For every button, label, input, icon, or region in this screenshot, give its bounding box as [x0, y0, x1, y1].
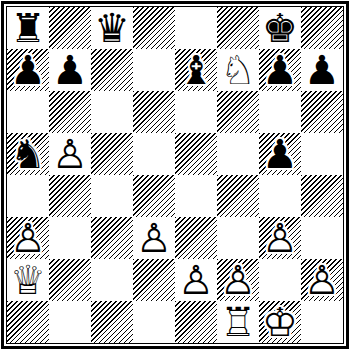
- square-b4[interactable]: [49, 175, 91, 217]
- piece-wP-a3[interactable]: ♟♙: [7, 217, 49, 259]
- square-g3[interactable]: ♟♙: [259, 217, 301, 259]
- piece-glyph: ♝: [175, 49, 217, 91]
- square-g2[interactable]: [259, 259, 301, 301]
- piece-glyph: ♙: [259, 217, 301, 259]
- square-c4[interactable]: [91, 175, 133, 217]
- square-d7[interactable]: [133, 49, 175, 91]
- square-h8[interactable]: [301, 7, 343, 49]
- piece-bK-g8[interactable]: ♚♚: [259, 7, 301, 49]
- piece-glyph: ♙: [133, 217, 175, 259]
- square-e2[interactable]: ♟♙: [175, 259, 217, 301]
- piece-glyph: ♚: [259, 7, 301, 49]
- piece-glyph: ♟: [259, 133, 301, 175]
- square-h5[interactable]: [301, 133, 343, 175]
- piece-bB-e7[interactable]: ♝♝: [175, 49, 217, 91]
- square-h6[interactable]: [301, 91, 343, 133]
- piece-glyph: ♙: [301, 259, 343, 301]
- piece-wP-f2[interactable]: ♟♙: [217, 259, 259, 301]
- piece-glyph: ♕: [7, 259, 49, 301]
- piece-wP-d3[interactable]: ♟♙: [133, 217, 175, 259]
- board-outer-frame: ♜♜♛♛♚♚♟♟♟♟♝♝♞♘♟♟♟♟♞♞♟♙♟♟♟♙♟♙♟♙♛♕♟♙♟♙♟♙♜♖…: [1, 1, 349, 349]
- square-e8[interactable]: [175, 7, 217, 49]
- square-g8[interactable]: ♚♚: [259, 7, 301, 49]
- square-b6[interactable]: [49, 91, 91, 133]
- square-c5[interactable]: [91, 133, 133, 175]
- piece-wP-h2[interactable]: ♟♙: [301, 259, 343, 301]
- square-g5[interactable]: ♟♟: [259, 133, 301, 175]
- piece-glyph: ♛: [91, 7, 133, 49]
- square-d5[interactable]: [133, 133, 175, 175]
- square-h1[interactable]: [301, 301, 343, 343]
- square-b5[interactable]: ♟♙: [49, 133, 91, 175]
- square-e4[interactable]: [175, 175, 217, 217]
- piece-glyph: ♙: [175, 259, 217, 301]
- square-a8[interactable]: ♜♜: [7, 7, 49, 49]
- square-f8[interactable]: [217, 7, 259, 49]
- piece-bP-h7[interactable]: ♟♟: [301, 49, 343, 91]
- square-b3[interactable]: [49, 217, 91, 259]
- square-d2[interactable]: [133, 259, 175, 301]
- piece-glyph: ♙: [7, 217, 49, 259]
- piece-bR-a8[interactable]: ♜♜: [7, 7, 49, 49]
- square-c8[interactable]: ♛♛: [91, 7, 133, 49]
- piece-glyph: ♟: [49, 49, 91, 91]
- piece-wN-f7[interactable]: ♞♘: [217, 49, 259, 91]
- square-c3[interactable]: [91, 217, 133, 259]
- square-d1[interactable]: [133, 301, 175, 343]
- piece-glyph: ♜: [7, 7, 49, 49]
- piece-glyph: ♘: [217, 49, 259, 91]
- square-e3[interactable]: [175, 217, 217, 259]
- square-h7[interactable]: ♟♟: [301, 49, 343, 91]
- square-c2[interactable]: [91, 259, 133, 301]
- piece-bQ-c8[interactable]: ♛♛: [91, 7, 133, 49]
- piece-glyph: ♟: [7, 49, 49, 91]
- square-e5[interactable]: [175, 133, 217, 175]
- piece-glyph: ♟: [301, 49, 343, 91]
- piece-glyph: ♞: [7, 133, 49, 175]
- square-a7[interactable]: ♟♟: [7, 49, 49, 91]
- chess-board: ♜♜♛♛♚♚♟♟♟♟♝♝♞♘♟♟♟♟♞♞♟♙♟♟♟♙♟♙♟♙♛♕♟♙♟♙♟♙♜♖…: [7, 7, 343, 343]
- square-g1[interactable]: ♚♔: [259, 301, 301, 343]
- square-b1[interactable]: [49, 301, 91, 343]
- square-c1[interactable]: [91, 301, 133, 343]
- square-g7[interactable]: ♟♟: [259, 49, 301, 91]
- square-f1[interactable]: ♜♖: [217, 301, 259, 343]
- piece-wK-g1[interactable]: ♚♔: [259, 301, 301, 343]
- piece-wP-e2[interactable]: ♟♙: [175, 259, 217, 301]
- piece-bP-a7[interactable]: ♟♟: [7, 49, 49, 91]
- piece-bN-a5[interactable]: ♞♞: [7, 133, 49, 175]
- square-f3[interactable]: [217, 217, 259, 259]
- square-e1[interactable]: [175, 301, 217, 343]
- square-f7[interactable]: ♞♘: [217, 49, 259, 91]
- square-d8[interactable]: [133, 7, 175, 49]
- square-g6[interactable]: [259, 91, 301, 133]
- square-h4[interactable]: [301, 175, 343, 217]
- piece-glyph: ♖: [217, 301, 259, 343]
- square-f6[interactable]: [217, 91, 259, 133]
- piece-wP-g3[interactable]: ♟♙: [259, 217, 301, 259]
- piece-bP-g5[interactable]: ♟♟: [259, 133, 301, 175]
- square-h3[interactable]: [301, 217, 343, 259]
- square-a3[interactable]: ♟♙: [7, 217, 49, 259]
- square-b2[interactable]: [49, 259, 91, 301]
- square-f5[interactable]: [217, 133, 259, 175]
- square-b8[interactable]: [49, 7, 91, 49]
- square-c7[interactable]: [91, 49, 133, 91]
- square-b7[interactable]: ♟♟: [49, 49, 91, 91]
- square-d3[interactable]: ♟♙: [133, 217, 175, 259]
- piece-glyph: ♙: [217, 259, 259, 301]
- piece-glyph: ♔: [259, 301, 301, 343]
- piece-glyph: ♙: [49, 133, 91, 175]
- piece-wP-b5[interactable]: ♟♙: [49, 133, 91, 175]
- square-a1[interactable]: [7, 301, 49, 343]
- square-c6[interactable]: [91, 91, 133, 133]
- piece-glyph: ♟: [259, 49, 301, 91]
- square-d6[interactable]: [133, 91, 175, 133]
- square-e7[interactable]: ♝♝: [175, 49, 217, 91]
- square-a5[interactable]: ♞♞: [7, 133, 49, 175]
- page-background: ♜♜♛♛♚♚♟♟♟♟♝♝♞♘♟♟♟♟♞♞♟♙♟♟♟♙♟♙♟♙♛♕♟♙♟♙♟♙♜♖…: [0, 0, 350, 349]
- piece-wR-f1[interactable]: ♜♖: [217, 301, 259, 343]
- square-e6[interactable]: [175, 91, 217, 133]
- square-a6[interactable]: [7, 91, 49, 133]
- piece-bP-b7[interactable]: ♟♟: [49, 49, 91, 91]
- square-f4[interactable]: [217, 175, 259, 217]
- square-d4[interactable]: [133, 175, 175, 217]
- square-h2[interactable]: ♟♙: [301, 259, 343, 301]
- square-a2[interactable]: ♛♕: [7, 259, 49, 301]
- square-f2[interactable]: ♟♙: [217, 259, 259, 301]
- square-a4[interactable]: [7, 175, 49, 217]
- piece-bP-g7[interactable]: ♟♟: [259, 49, 301, 91]
- board-inner-frame: ♜♜♛♛♚♚♟♟♟♟♝♝♞♘♟♟♟♟♞♞♟♙♟♟♟♙♟♙♟♙♛♕♟♙♟♙♟♙♜♖…: [6, 6, 344, 344]
- square-g4[interactable]: [259, 175, 301, 217]
- piece-wQ-a2[interactable]: ♛♕: [7, 259, 49, 301]
